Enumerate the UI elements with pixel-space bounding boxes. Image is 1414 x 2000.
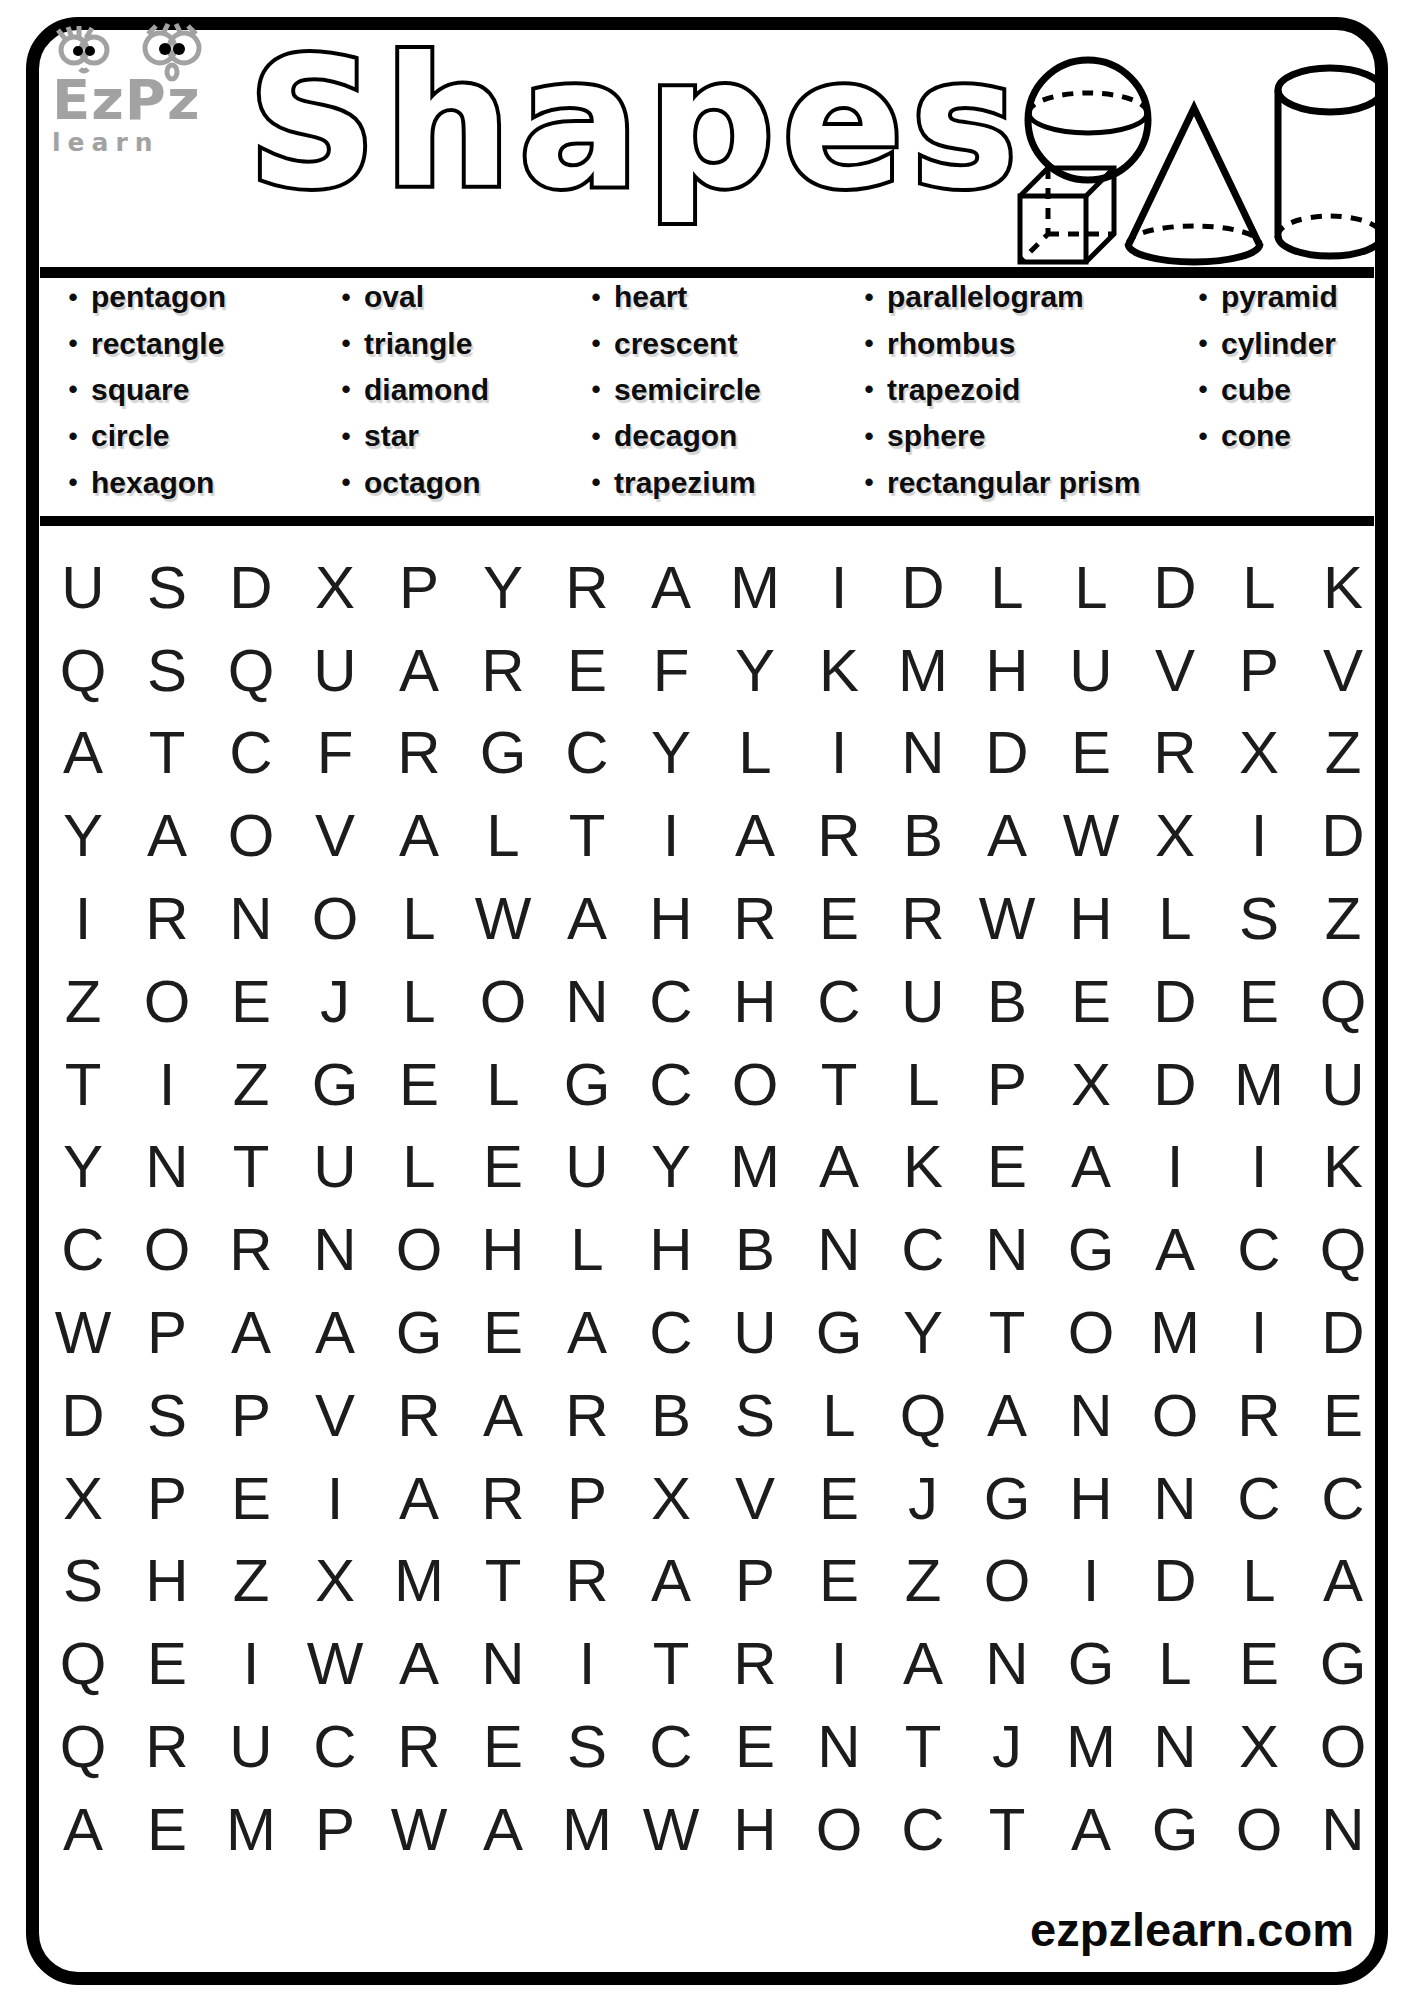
grid-cell-r9c10[interactable]: N xyxy=(797,1208,881,1291)
grid-cell-r5c13[interactable]: H xyxy=(1049,877,1133,960)
grid-cell-r12c1[interactable]: X xyxy=(41,1457,125,1540)
grid-cell-r10c13[interactable]: O xyxy=(1049,1291,1133,1374)
word-list: •pentagon•rectangle•square•circle•hexago… xyxy=(55,274,1377,506)
grid-cell-r13c15[interactable]: L xyxy=(1217,1540,1301,1623)
worksheet-page: EzPz learn Shapes •pentagon•rectangl xyxy=(0,0,1414,2000)
grid-cell-r5c15[interactable]: S xyxy=(1217,877,1301,960)
grid-cell-r2c14[interactable]: V xyxy=(1133,629,1217,712)
grid-cell-r9c4[interactable]: N xyxy=(293,1208,377,1291)
word-list-column-3: •heart•crescent•semicircle•decagon•trape… xyxy=(578,274,851,506)
grid-cell-r7c11[interactable]: L xyxy=(881,1043,965,1126)
grid-cell-r10c10[interactable]: G xyxy=(797,1291,881,1374)
grid-cell-r7c6[interactable]: L xyxy=(461,1043,545,1126)
grid-cell-r16c5[interactable]: W xyxy=(377,1788,461,1871)
grid-cell-r2c15[interactable]: P xyxy=(1217,629,1301,712)
grid-cell-r12c14[interactable]: N xyxy=(1133,1457,1217,1540)
grid-cell-r10c3[interactable]: A xyxy=(209,1291,293,1374)
grid-cell-r11c11[interactable]: Q xyxy=(881,1374,965,1457)
grid-cell-r2c9[interactable]: Y xyxy=(713,629,797,712)
word-label: cube xyxy=(1221,373,1291,407)
grid-cell-r5c12[interactable]: W xyxy=(965,877,1049,960)
grid-cell-r3c4[interactable]: F xyxy=(293,712,377,795)
grid-cell-r11c5[interactable]: R xyxy=(377,1374,461,1457)
grid-cell-r14c4[interactable]: W xyxy=(293,1622,377,1705)
grid-cell-r16c12[interactable]: T xyxy=(965,1788,1049,1871)
bullet-icon: • xyxy=(328,328,364,359)
grid-cell-r13c13[interactable]: I xyxy=(1049,1540,1133,1623)
grid-cell-r6c13[interactable]: E xyxy=(1049,960,1133,1043)
logo-brand-text: EzPz xyxy=(52,72,222,128)
bullet-icon: • xyxy=(851,328,887,359)
grid-cell-r6c1[interactable]: Z xyxy=(41,960,125,1043)
grid-cell-r14c15[interactable]: E xyxy=(1217,1622,1301,1705)
grid-cell-r4c14[interactable]: X xyxy=(1133,794,1217,877)
grid-cell-r4c13[interactable]: W xyxy=(1049,794,1133,877)
cube-icon xyxy=(1020,168,1114,262)
grid-cell-r4c7[interactable]: T xyxy=(545,794,629,877)
word-list-item-cone: •cone xyxy=(1185,413,1377,459)
grid-cell-r1c7[interactable]: R xyxy=(545,546,629,629)
grid-cell-r1c1[interactable]: U xyxy=(41,546,125,629)
grid-cell-r11c16[interactable]: E xyxy=(1301,1374,1385,1457)
grid-cell-r6c5[interactable]: L xyxy=(377,960,461,1043)
grid-cell-r12c15[interactable]: C xyxy=(1217,1457,1301,1540)
grid-cell-r6c4[interactable]: J xyxy=(293,960,377,1043)
grid-cell-r12c6[interactable]: R xyxy=(461,1457,545,1540)
word-label: rhombus xyxy=(887,327,1015,361)
bullet-icon: • xyxy=(578,328,614,359)
grid-cell-r6c15[interactable]: E xyxy=(1217,960,1301,1043)
grid-cell-r3c6[interactable]: G xyxy=(461,712,545,795)
grid-cell-r5c9[interactable]: R xyxy=(713,877,797,960)
word-label: pentagon xyxy=(91,280,226,314)
grid-cell-r16c16[interactable]: N xyxy=(1301,1788,1385,1871)
grid-cell-r15c4[interactable]: C xyxy=(293,1705,377,1788)
grid-cell-r16c11[interactable]: C xyxy=(881,1788,965,1871)
word-label: semicircle xyxy=(614,373,761,407)
grid-cell-r14c6[interactable]: N xyxy=(461,1622,545,1705)
grid-cell-r13c9[interactable]: P xyxy=(713,1540,797,1623)
grid-cell-r15c15[interactable]: X xyxy=(1217,1705,1301,1788)
grid-cell-r4c5[interactable]: A xyxy=(377,794,461,877)
grid-cell-r13c4[interactable]: X xyxy=(293,1540,377,1623)
grid-cell-r12c7[interactable]: P xyxy=(545,1457,629,1540)
grid-cell-r7c12[interactable]: P xyxy=(965,1043,1049,1126)
grid-cell-r1c14[interactable]: D xyxy=(1133,546,1217,629)
grid-cell-r14c3[interactable]: I xyxy=(209,1622,293,1705)
grid-cell-r1c2[interactable]: S xyxy=(125,546,209,629)
grid-cell-r10c9[interactable]: U xyxy=(713,1291,797,1374)
grid-cell-r7c5[interactable]: E xyxy=(377,1043,461,1126)
grid-cell-r15c10[interactable]: N xyxy=(797,1705,881,1788)
grid-cell-r6c2[interactable]: O xyxy=(125,960,209,1043)
grid-cell-r6c10[interactable]: C xyxy=(797,960,881,1043)
grid-cell-r13c7[interactable]: R xyxy=(545,1540,629,1623)
grid-cell-r10c6[interactable]: E xyxy=(461,1291,545,1374)
grid-cell-r7c10[interactable]: T xyxy=(797,1043,881,1126)
grid-cell-r9c2[interactable]: O xyxy=(125,1208,209,1291)
grid-cell-r14c10[interactable]: I xyxy=(797,1622,881,1705)
word-label: rectangular prism xyxy=(887,466,1140,500)
bullet-icon: • xyxy=(578,282,614,313)
grid-cell-r7c16[interactable]: U xyxy=(1301,1043,1385,1126)
grid-cell-r11c6[interactable]: A xyxy=(461,1374,545,1457)
grid-cell-r4c8[interactable]: I xyxy=(629,794,713,877)
grid-cell-r9c15[interactable]: C xyxy=(1217,1208,1301,1291)
grid-cell-r1c11[interactable]: D xyxy=(881,546,965,629)
grid-cell-r9c1[interactable]: C xyxy=(41,1208,125,1291)
grid-cell-r13c14[interactable]: D xyxy=(1133,1540,1217,1623)
grid-cell-r4c15[interactable]: I xyxy=(1217,794,1301,877)
grid-cell-r12c3[interactable]: E xyxy=(209,1457,293,1540)
grid-cell-r11c4[interactable]: V xyxy=(293,1374,377,1457)
grid-cell-r12c5[interactable]: A xyxy=(377,1457,461,1540)
grid-cell-r2c8[interactable]: F xyxy=(629,629,713,712)
grid-cell-r3c1[interactable]: A xyxy=(41,712,125,795)
grid-cell-r9c14[interactable]: A xyxy=(1133,1208,1217,1291)
grid-cell-r7c4[interactable]: G xyxy=(293,1043,377,1126)
grid-cell-r15c6[interactable]: E xyxy=(461,1705,545,1788)
word-label: parallelogram xyxy=(887,280,1084,314)
grid-cell-r14c13[interactable]: G xyxy=(1049,1622,1133,1705)
grid-cell-r8c3[interactable]: T xyxy=(209,1126,293,1209)
grid-cell-r1c12[interactable]: L xyxy=(965,546,1049,629)
grid-cell-r16c1[interactable]: A xyxy=(41,1788,125,1871)
grid-cell-r7c8[interactable]: C xyxy=(629,1043,713,1126)
grid-cell-r2c1[interactable]: Q xyxy=(41,629,125,712)
grid-cell-r12c13[interactable]: H xyxy=(1049,1457,1133,1540)
grid-cell-r7c3[interactable]: Z xyxy=(209,1043,293,1126)
grid-cell-r10c1[interactable]: W xyxy=(41,1291,125,1374)
grid-cell-r5c11[interactable]: R xyxy=(881,877,965,960)
grid-cell-r14c1[interactable]: Q xyxy=(41,1622,125,1705)
grid-cell-r6c8[interactable]: C xyxy=(629,960,713,1043)
grid-cell-r5c2[interactable]: R xyxy=(125,877,209,960)
grid-cell-r16c3[interactable]: M xyxy=(209,1788,293,1871)
grid-cell-r13c11[interactable]: Z xyxy=(881,1540,965,1623)
bullet-icon: • xyxy=(851,282,887,313)
grid-cell-r11c8[interactable]: B xyxy=(629,1374,713,1457)
grid-cell-r3c5[interactable]: R xyxy=(377,712,461,795)
grid-cell-r8c9[interactable]: M xyxy=(713,1126,797,1209)
divider-bottom xyxy=(40,516,1374,526)
word-list-item-triangle: •triangle xyxy=(328,320,578,366)
grid-cell-r3c2[interactable]: T xyxy=(125,712,209,795)
grid-cell-r13c10[interactable]: E xyxy=(797,1540,881,1623)
grid-cell-r8c8[interactable]: Y xyxy=(629,1126,713,1209)
grid-cell-r16c2[interactable]: E xyxy=(125,1788,209,1871)
word-label: circle xyxy=(91,419,169,453)
grid-cell-r16c8[interactable]: W xyxy=(629,1788,713,1871)
grid-cell-r14c12[interactable]: N xyxy=(965,1622,1049,1705)
grid-cell-r12c10[interactable]: E xyxy=(797,1457,881,1540)
grid-cell-r2c13[interactable]: U xyxy=(1049,629,1133,712)
grid-cell-r16c10[interactable]: O xyxy=(797,1788,881,1871)
word-label: pyramid xyxy=(1221,280,1338,314)
grid-cell-r8c2[interactable]: N xyxy=(125,1126,209,1209)
word-label: diamond xyxy=(364,373,489,407)
grid-cell-r9c8[interactable]: H xyxy=(629,1208,713,1291)
grid-cell-r5c16[interactable]: Z xyxy=(1301,877,1385,960)
sphere-icon xyxy=(1028,60,1148,180)
grid-cell-r10c2[interactable]: P xyxy=(125,1291,209,1374)
word-list-item-star: •star xyxy=(328,413,578,459)
grid-cell-r4c3[interactable]: O xyxy=(209,794,293,877)
grid-cell-r15c1[interactable]: Q xyxy=(41,1705,125,1788)
grid-cell-r6c7[interactable]: N xyxy=(545,960,629,1043)
grid-cell-r14c11[interactable]: A xyxy=(881,1622,965,1705)
word-label: decagon xyxy=(614,419,737,453)
grid-cell-r4c10[interactable]: R xyxy=(797,794,881,877)
grid-cell-r1c5[interactable]: P xyxy=(377,546,461,629)
word-list-item-octagon: •octagon xyxy=(328,460,578,506)
grid-cell-r12c16[interactable]: C xyxy=(1301,1457,1385,1540)
grid-cell-r7c1[interactable]: T xyxy=(41,1043,125,1126)
grid-cell-r13c16[interactable]: A xyxy=(1301,1540,1385,1623)
grid-cell-r13c2[interactable]: H xyxy=(125,1540,209,1623)
grid-cell-r14c14[interactable]: L xyxy=(1133,1622,1217,1705)
grid-cell-r16c7[interactable]: M xyxy=(545,1788,629,1871)
grid-cell-r5c10[interactable]: E xyxy=(797,877,881,960)
grid-cell-r1c10[interactable]: I xyxy=(797,546,881,629)
grid-cell-r7c13[interactable]: X xyxy=(1049,1043,1133,1126)
grid-cell-r9c12[interactable]: N xyxy=(965,1208,1049,1291)
grid-cell-r8c15[interactable]: I xyxy=(1217,1126,1301,1209)
grid-cell-r14c5[interactable]: A xyxy=(377,1622,461,1705)
grid-cell-r2c7[interactable]: E xyxy=(545,629,629,712)
grid-cell-r10c4[interactable]: A xyxy=(293,1291,377,1374)
grid-cell-r10c5[interactable]: G xyxy=(377,1291,461,1374)
grid-cell-r13c6[interactable]: T xyxy=(461,1540,545,1623)
grid-cell-r3c3[interactable]: C xyxy=(209,712,293,795)
word-label: rectangle xyxy=(91,327,224,361)
grid-cell-r8c16[interactable]: K xyxy=(1301,1126,1385,1209)
grid-cell-r8c11[interactable]: K xyxy=(881,1126,965,1209)
grid-cell-r5c1[interactable]: I xyxy=(41,877,125,960)
grid-cell-r13c5[interactable]: M xyxy=(377,1540,461,1623)
grid-cell-r15c5[interactable]: R xyxy=(377,1705,461,1788)
grid-cell-r9c11[interactable]: C xyxy=(881,1208,965,1291)
grid-cell-r15c3[interactable]: U xyxy=(209,1705,293,1788)
grid-cell-r14c9[interactable]: R xyxy=(713,1622,797,1705)
grid-cell-r15c16[interactable]: O xyxy=(1301,1705,1385,1788)
grid-cell-r4c9[interactable]: A xyxy=(713,794,797,877)
grid-cell-r8c4[interactable]: U xyxy=(293,1126,377,1209)
grid-cell-r8c5[interactable]: L xyxy=(377,1126,461,1209)
grid-cell-r3c11[interactable]: N xyxy=(881,712,965,795)
page-title: Shapes xyxy=(248,4,1025,244)
grid-cell-r6c3[interactable]: E xyxy=(209,960,293,1043)
word-list-item-cylinder: •cylinder xyxy=(1185,320,1377,366)
grid-cell-r2c3[interactable]: Q xyxy=(209,629,293,712)
grid-cell-r3c10[interactable]: I xyxy=(797,712,881,795)
ezpz-learn-logo: EzPz learn xyxy=(52,22,222,155)
grid-cell-r5c6[interactable]: W xyxy=(461,877,545,960)
grid-cell-r11c10[interactable]: L xyxy=(797,1374,881,1457)
grid-cell-r16c14[interactable]: G xyxy=(1133,1788,1217,1871)
grid-cell-r9c5[interactable]: O xyxy=(377,1208,461,1291)
grid-cell-r10c14[interactable]: M xyxy=(1133,1291,1217,1374)
grid-cell-r9c7[interactable]: L xyxy=(545,1208,629,1291)
grid-cell-r6c6[interactable]: O xyxy=(461,960,545,1043)
bullet-icon: • xyxy=(578,374,614,405)
grid-cell-r12c2[interactable]: P xyxy=(125,1457,209,1540)
grid-cell-r1c6[interactable]: Y xyxy=(461,546,545,629)
grid-cell-r12c4[interactable]: I xyxy=(293,1457,377,1540)
grid-cell-r3c7[interactable]: C xyxy=(545,712,629,795)
grid-cell-r1c16[interactable]: K xyxy=(1301,546,1385,629)
grid-cell-r11c7[interactable]: R xyxy=(545,1374,629,1457)
grid-cell-r15c11[interactable]: T xyxy=(881,1705,965,1788)
grid-cell-r11c1[interactable]: D xyxy=(41,1374,125,1457)
grid-cell-r12c8[interactable]: X xyxy=(629,1457,713,1540)
grid-cell-r10c8[interactable]: C xyxy=(629,1291,713,1374)
grid-cell-r6c12[interactable]: B xyxy=(965,960,1049,1043)
bullet-icon: • xyxy=(1185,282,1221,313)
grid-cell-r10c12[interactable]: T xyxy=(965,1291,1049,1374)
grid-cell-r2c6[interactable]: R xyxy=(461,629,545,712)
grid-cell-r3c15[interactable]: X xyxy=(1217,712,1301,795)
grid-cell-r3c12[interactable]: D xyxy=(965,712,1049,795)
grid-cell-r15c2[interactable]: R xyxy=(125,1705,209,1788)
grid-cell-r14c2[interactable]: E xyxy=(125,1622,209,1705)
grid-cell-r2c10[interactable]: K xyxy=(797,629,881,712)
grid-cell-r5c8[interactable]: H xyxy=(629,877,713,960)
grid-cell-r1c3[interactable]: D xyxy=(209,546,293,629)
word-list-column-5: •pyramid•cylinder•cube•cone xyxy=(1185,274,1377,506)
cylinder-icon xyxy=(1278,68,1382,256)
grid-cell-r4c11[interactable]: B xyxy=(881,794,965,877)
grid-cell-r6c9[interactable]: H xyxy=(713,960,797,1043)
grid-cell-r11c2[interactable]: S xyxy=(125,1374,209,1457)
grid-cell-r1c15[interactable]: L xyxy=(1217,546,1301,629)
grid-cell-r12c11[interactable]: J xyxy=(881,1457,965,1540)
grid-cell-r11c12[interactable]: A xyxy=(965,1374,1049,1457)
grid-cell-r7c9[interactable]: O xyxy=(713,1043,797,1126)
grid-cell-r1c4[interactable]: X xyxy=(293,546,377,629)
grid-cell-r15c14[interactable]: N xyxy=(1133,1705,1217,1788)
grid-cell-r6c11[interactable]: U xyxy=(881,960,965,1043)
grid-cell-r15c9[interactable]: E xyxy=(713,1705,797,1788)
grid-cell-r4c2[interactable]: A xyxy=(125,794,209,877)
grid-cell-r9c3[interactable]: R xyxy=(209,1208,293,1291)
bullet-icon: • xyxy=(328,467,364,498)
grid-cell-r15c12[interactable]: J xyxy=(965,1705,1049,1788)
grid-cell-r3c16[interactable]: Z xyxy=(1301,712,1385,795)
grid-cell-r2c2[interactable]: S xyxy=(125,629,209,712)
grid-cell-r4c6[interactable]: L xyxy=(461,794,545,877)
grid-cell-r9c6[interactable]: H xyxy=(461,1208,545,1291)
grid-cell-r10c11[interactable]: Y xyxy=(881,1291,965,1374)
grid-cell-r9c9[interactable]: B xyxy=(713,1208,797,1291)
grid-cell-r13c1[interactable]: S xyxy=(41,1540,125,1623)
grid-cell-r3c9[interactable]: L xyxy=(713,712,797,795)
grid-cell-r16c13[interactable]: A xyxy=(1049,1788,1133,1871)
grid-cell-r5c5[interactable]: L xyxy=(377,877,461,960)
grid-cell-r11c15[interactable]: R xyxy=(1217,1374,1301,1457)
grid-cell-r11c3[interactable]: P xyxy=(209,1374,293,1457)
grid-cell-r4c4[interactable]: V xyxy=(293,794,377,877)
grid-cell-r2c5[interactable]: A xyxy=(377,629,461,712)
grid-cell-r11c13[interactable]: N xyxy=(1049,1374,1133,1457)
grid-cell-r11c14[interactable]: O xyxy=(1133,1374,1217,1457)
grid-cell-r12c12[interactable]: G xyxy=(965,1457,1049,1540)
grid-cell-r7c7[interactable]: G xyxy=(545,1043,629,1126)
bullet-icon: • xyxy=(55,282,91,313)
grid-cell-r6c16[interactable]: Q xyxy=(1301,960,1385,1043)
grid-cell-r2c4[interactable]: U xyxy=(293,629,377,712)
grid-cell-r15c13[interactable]: M xyxy=(1049,1705,1133,1788)
grid-cell-r2c16[interactable]: V xyxy=(1301,629,1385,712)
grid-cell-r12c9[interactable]: V xyxy=(713,1457,797,1540)
grid-cell-r16c6[interactable]: A xyxy=(461,1788,545,1871)
grid-cell-r8c6[interactable]: E xyxy=(461,1126,545,1209)
grid-cell-r16c9[interactable]: H xyxy=(713,1788,797,1871)
word-label: trapezium xyxy=(614,466,756,500)
grid-cell-r16c4[interactable]: P xyxy=(293,1788,377,1871)
grid-cell-r13c8[interactable]: A xyxy=(629,1540,713,1623)
grid-cell-r5c14[interactable]: L xyxy=(1133,877,1217,960)
grid-cell-r3c14[interactable]: R xyxy=(1133,712,1217,795)
grid-cell-r8c10[interactable]: A xyxy=(797,1126,881,1209)
grid-cell-r3c13[interactable]: E xyxy=(1049,712,1133,795)
grid-cell-r1c8[interactable]: A xyxy=(629,546,713,629)
grid-cell-r7c15[interactable]: M xyxy=(1217,1043,1301,1126)
grid-cell-r4c12[interactable]: A xyxy=(965,794,1049,877)
grid-cell-r15c7[interactable]: S xyxy=(545,1705,629,1788)
grid-cell-r4c1[interactable]: Y xyxy=(41,794,125,877)
grid-cell-r9c13[interactable]: G xyxy=(1049,1208,1133,1291)
grid-cell-r1c9[interactable]: M xyxy=(713,546,797,629)
grid-cell-r4c16[interactable]: D xyxy=(1301,794,1385,877)
grid-cell-r14c7[interactable]: I xyxy=(545,1622,629,1705)
bullet-icon: • xyxy=(55,467,91,498)
grid-cell-r9c16[interactable]: Q xyxy=(1301,1208,1385,1291)
grid-cell-r8c12[interactable]: E xyxy=(965,1126,1049,1209)
grid-cell-r8c7[interactable]: U xyxy=(545,1126,629,1209)
word-label: crescent xyxy=(614,327,737,361)
grid-cell-r2c11[interactable]: M xyxy=(881,629,965,712)
grid-cell-r7c2[interactable]: I xyxy=(125,1043,209,1126)
grid-cell-r8c14[interactable]: I xyxy=(1133,1126,1217,1209)
word-label: octagon xyxy=(364,466,481,500)
grid-cell-r2c12[interactable]: H xyxy=(965,629,1049,712)
website-link[interactable]: ezpzlearn.com xyxy=(1030,1902,1354,1957)
grid-cell-r5c3[interactable]: N xyxy=(209,877,293,960)
grid-cell-r8c13[interactable]: A xyxy=(1049,1126,1133,1209)
grid-cell-r7c14[interactable]: D xyxy=(1133,1043,1217,1126)
grid-cell-r5c7[interactable]: A xyxy=(545,877,629,960)
grid-cell-r14c16[interactable]: G xyxy=(1301,1622,1385,1705)
grid-cell-r10c7[interactable]: A xyxy=(545,1291,629,1374)
word-label: cylinder xyxy=(1221,327,1336,361)
grid-cell-r16c15[interactable]: O xyxy=(1217,1788,1301,1871)
grid-cell-r8c1[interactable]: Y xyxy=(41,1126,125,1209)
grid-cell-r5c4[interactable]: O xyxy=(293,877,377,960)
grid-cell-r10c16[interactable]: D xyxy=(1301,1291,1385,1374)
grid-cell-r11c9[interactable]: S xyxy=(713,1374,797,1457)
grid-cell-r14c8[interactable]: T xyxy=(629,1622,713,1705)
word-list-item-sphere: •sphere xyxy=(851,413,1185,459)
grid-cell-r13c3[interactable]: Z xyxy=(209,1540,293,1623)
grid-cell-r6c14[interactable]: D xyxy=(1133,960,1217,1043)
word-list-item-diamond: •diamond xyxy=(328,367,578,413)
grid-cell-r13c12[interactable]: O xyxy=(965,1540,1049,1623)
grid-cell-r3c8[interactable]: Y xyxy=(629,712,713,795)
grid-cell-r10c15[interactable]: I xyxy=(1217,1291,1301,1374)
grid-cell-r1c13[interactable]: L xyxy=(1049,546,1133,629)
grid-cell-r15c8[interactable]: C xyxy=(629,1705,713,1788)
